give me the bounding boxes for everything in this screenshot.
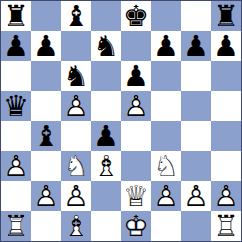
square-e1[interactable]: ♚♔ bbox=[121, 211, 151, 241]
square-g4[interactable] bbox=[181, 121, 211, 151]
piece-outline-glyph: ♘ bbox=[151, 151, 181, 181]
white-king-e1[interactable]: ♚♔ bbox=[121, 211, 151, 241]
black-rook-h8[interactable]: ♜ bbox=[211, 1, 241, 31]
black-rook-a8[interactable]: ♜ bbox=[1, 1, 31, 31]
piece-fill-glyph: ♟ bbox=[181, 31, 211, 61]
square-b3[interactable] bbox=[31, 151, 61, 181]
white-pawn-b2[interactable]: ♟♙ bbox=[31, 181, 61, 211]
square-h3[interactable] bbox=[211, 151, 241, 181]
black-pawn-h7[interactable]: ♟ bbox=[211, 31, 241, 61]
black-pawn-b7[interactable]: ♟ bbox=[31, 31, 61, 61]
square-a4[interactable] bbox=[1, 121, 31, 151]
square-a8[interactable]: ♜ bbox=[1, 1, 31, 31]
piece-fill-glyph: ♝ bbox=[31, 121, 61, 151]
black-pawn-g7[interactable]: ♟ bbox=[181, 31, 211, 61]
white-pawn-a3[interactable]: ♟♙ bbox=[1, 151, 31, 181]
piece-outline-glyph: ♗ bbox=[91, 151, 121, 181]
piece-outline-glyph: ♙ bbox=[121, 91, 151, 121]
piece-outline-glyph: ♖ bbox=[1, 211, 31, 241]
black-bishop-c8[interactable]: ♝ bbox=[61, 1, 91, 31]
square-f3[interactable]: ♞♘ bbox=[151, 151, 181, 181]
square-d8[interactable] bbox=[91, 1, 121, 31]
square-d6[interactable] bbox=[91, 61, 121, 91]
square-c8[interactable]: ♝ bbox=[61, 1, 91, 31]
square-a2[interactable] bbox=[1, 181, 31, 211]
white-knight-f3[interactable]: ♞♘ bbox=[151, 151, 181, 181]
chess-board: ♜♝♚♜♟♟♞♟♟♟♞♟♛♟♙♟♙♝♟♟♙♞♘♝♗♞♘♟♙♟♙♛♕♟♙♟♙♟♙♜… bbox=[0, 0, 242, 242]
white-pawn-c2[interactable]: ♟♙ bbox=[61, 181, 91, 211]
piece-fill-glyph: ♝ bbox=[61, 1, 91, 31]
piece-fill-glyph: ♚ bbox=[121, 1, 151, 31]
square-b5[interactable] bbox=[31, 91, 61, 121]
piece-outline-glyph: ♙ bbox=[61, 181, 91, 211]
white-bishop-c1[interactable]: ♝♗ bbox=[61, 211, 91, 241]
piece-outline-glyph: ♙ bbox=[31, 181, 61, 211]
square-f6[interactable] bbox=[151, 61, 181, 91]
square-d1[interactable] bbox=[91, 211, 121, 241]
black-bishop-b4[interactable]: ♝ bbox=[31, 121, 61, 151]
piece-fill-glyph: ♜ bbox=[1, 1, 31, 31]
square-f5[interactable] bbox=[151, 91, 181, 121]
piece-outline-glyph: ♖ bbox=[211, 211, 241, 241]
piece-fill-glyph: ♟ bbox=[91, 121, 121, 151]
square-a6[interactable] bbox=[1, 61, 31, 91]
square-b7[interactable]: ♟ bbox=[31, 31, 61, 61]
square-c3[interactable]: ♞♘ bbox=[61, 151, 91, 181]
square-c1[interactable]: ♝♗ bbox=[61, 211, 91, 241]
square-f1[interactable] bbox=[151, 211, 181, 241]
piece-fill-glyph: ♛ bbox=[1, 91, 31, 121]
square-a3[interactable]: ♟♙ bbox=[1, 151, 31, 181]
piece-outline-glyph: ♕ bbox=[121, 181, 151, 211]
piece-fill-glyph: ♟ bbox=[211, 31, 241, 61]
black-pawn-e6[interactable]: ♟ bbox=[121, 61, 151, 91]
piece-fill-glyph: ♟ bbox=[31, 31, 61, 61]
square-d2[interactable] bbox=[91, 181, 121, 211]
square-c5[interactable]: ♟♙ bbox=[61, 91, 91, 121]
black-knight-d7[interactable]: ♞ bbox=[91, 31, 121, 61]
square-e6[interactable]: ♟ bbox=[121, 61, 151, 91]
piece-fill-glyph: ♟ bbox=[151, 31, 181, 61]
square-a7[interactable]: ♟ bbox=[1, 31, 31, 61]
square-c7[interactable] bbox=[61, 31, 91, 61]
piece-fill-glyph: ♞ bbox=[91, 31, 121, 61]
white-pawn-c5[interactable]: ♟♙ bbox=[61, 91, 91, 121]
black-knight-c6[interactable]: ♞ bbox=[61, 61, 91, 91]
piece-outline-glyph: ♙ bbox=[1, 151, 31, 181]
square-h6[interactable] bbox=[211, 61, 241, 91]
square-c4[interactable] bbox=[61, 121, 91, 151]
square-h2[interactable]: ♟♙ bbox=[211, 181, 241, 211]
white-knight-c3[interactable]: ♞♘ bbox=[61, 151, 91, 181]
square-b1[interactable] bbox=[31, 211, 61, 241]
square-h8[interactable]: ♜ bbox=[211, 1, 241, 31]
white-queen-e2[interactable]: ♛♕ bbox=[121, 181, 151, 211]
square-g2[interactable]: ♟♙ bbox=[181, 181, 211, 211]
white-pawn-h2[interactable]: ♟♙ bbox=[211, 181, 241, 211]
square-h7[interactable]: ♟ bbox=[211, 31, 241, 61]
square-g8[interactable] bbox=[181, 1, 211, 31]
square-g6[interactable] bbox=[181, 61, 211, 91]
square-d7[interactable]: ♞ bbox=[91, 31, 121, 61]
square-h5[interactable] bbox=[211, 91, 241, 121]
piece-fill-glyph: ♜ bbox=[211, 1, 241, 31]
piece-outline-glyph: ♙ bbox=[61, 91, 91, 121]
square-d3[interactable]: ♝♗ bbox=[91, 151, 121, 181]
white-pawn-g2[interactable]: ♟♙ bbox=[181, 181, 211, 211]
piece-outline-glyph: ♙ bbox=[211, 181, 241, 211]
square-g1[interactable] bbox=[181, 211, 211, 241]
piece-outline-glyph: ♘ bbox=[61, 151, 91, 181]
square-d5[interactable] bbox=[91, 91, 121, 121]
square-b6[interactable] bbox=[31, 61, 61, 91]
white-bishop-d3[interactable]: ♝♗ bbox=[91, 151, 121, 181]
square-b4[interactable]: ♝ bbox=[31, 121, 61, 151]
black-pawn-a7[interactable]: ♟ bbox=[1, 31, 31, 61]
square-b2[interactable]: ♟♙ bbox=[31, 181, 61, 211]
square-a5[interactable]: ♛ bbox=[1, 91, 31, 121]
square-e3[interactable] bbox=[121, 151, 151, 181]
square-b8[interactable] bbox=[31, 1, 61, 31]
square-c2[interactable]: ♟♙ bbox=[61, 181, 91, 211]
square-g5[interactable] bbox=[181, 91, 211, 121]
piece-outline-glyph: ♗ bbox=[61, 211, 91, 241]
black-pawn-f7[interactable]: ♟ bbox=[151, 31, 181, 61]
white-rook-h1[interactable]: ♜♖ bbox=[211, 211, 241, 241]
white-pawn-f2[interactable]: ♟♙ bbox=[151, 181, 181, 211]
piece-fill-glyph: ♟ bbox=[1, 31, 31, 61]
black-queen-a5[interactable]: ♛ bbox=[1, 91, 31, 121]
black-pawn-d4[interactable]: ♟ bbox=[91, 121, 121, 151]
black-king-e8[interactable]: ♚ bbox=[121, 1, 151, 31]
square-e2[interactable]: ♛♕ bbox=[121, 181, 151, 211]
square-c6[interactable]: ♞ bbox=[61, 61, 91, 91]
square-g7[interactable]: ♟ bbox=[181, 31, 211, 61]
piece-fill-glyph: ♟ bbox=[121, 61, 151, 91]
square-d4[interactable]: ♟ bbox=[91, 121, 121, 151]
square-a1[interactable]: ♜♖ bbox=[1, 211, 31, 241]
square-e8[interactable]: ♚ bbox=[121, 1, 151, 31]
square-f7[interactable]: ♟ bbox=[151, 31, 181, 61]
square-e4[interactable] bbox=[121, 121, 151, 151]
square-g3[interactable] bbox=[181, 151, 211, 181]
piece-outline-glyph: ♔ bbox=[121, 211, 151, 241]
piece-outline-glyph: ♙ bbox=[181, 181, 211, 211]
square-f2[interactable]: ♟♙ bbox=[151, 181, 181, 211]
square-f8[interactable] bbox=[151, 1, 181, 31]
square-f4[interactable] bbox=[151, 121, 181, 151]
white-rook-a1[interactable]: ♜♖ bbox=[1, 211, 31, 241]
piece-outline-glyph: ♙ bbox=[151, 181, 181, 211]
piece-fill-glyph: ♞ bbox=[61, 61, 91, 91]
square-e7[interactable] bbox=[121, 31, 151, 61]
square-h1[interactable]: ♜♖ bbox=[211, 211, 241, 241]
square-e5[interactable]: ♟♙ bbox=[121, 91, 151, 121]
white-pawn-e5[interactable]: ♟♙ bbox=[121, 91, 151, 121]
square-h4[interactable] bbox=[211, 121, 241, 151]
